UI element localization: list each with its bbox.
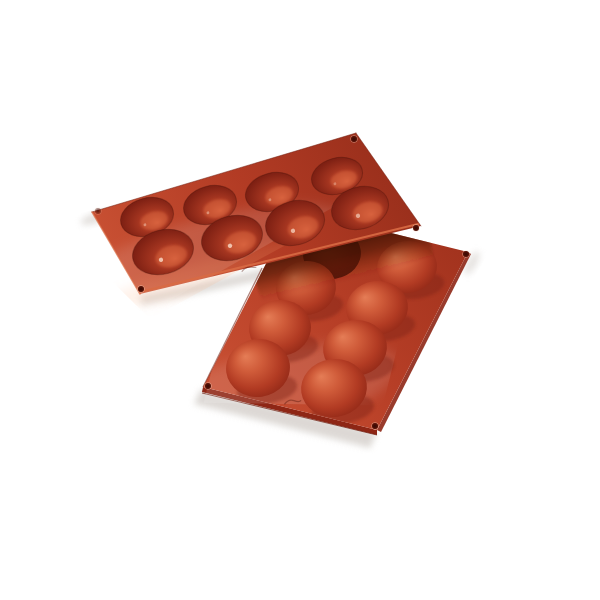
back-hole-core-2 — [414, 226, 417, 229]
back-hole-core-4 — [96, 209, 99, 212]
front-hole-core-2 — [373, 424, 376, 427]
product-photo — [0, 0, 600, 600]
back-hole-core-1 — [352, 137, 355, 140]
back-hole-core-3 — [139, 287, 142, 290]
front-hole-core-1 — [464, 252, 467, 255]
front-hole-core-3 — [206, 384, 209, 387]
photo-canvas — [0, 0, 600, 600]
